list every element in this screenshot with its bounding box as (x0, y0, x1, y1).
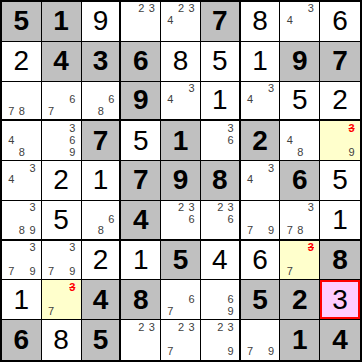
cell-r2c5[interactable]: 8 (161, 42, 201, 82)
candidate-7: 7 (46, 266, 57, 278)
cell-r6c1[interactable]: 389 (2, 201, 42, 241)
candidate-3: 3 (147, 3, 158, 15)
pencil-marks: 68 (86, 83, 117, 118)
candidate-3: 3 (27, 202, 38, 214)
candidate-2: 2 (176, 202, 187, 214)
cell-r5c8[interactable]: 6 (280, 161, 320, 201)
candidate-3: 3 (67, 242, 78, 254)
cell-value: 5 (320, 161, 360, 200)
cell-value: 8 (241, 2, 280, 41)
cell-r4c3[interactable]: 7 (82, 121, 122, 161)
candidate-4: 4 (6, 134, 17, 146)
candidate-9: 9 (27, 225, 38, 237)
cell-r7c8[interactable]: 37 (280, 241, 320, 281)
selected-cell-value: 3 (320, 280, 360, 319)
candidate-6: 6 (186, 213, 197, 225)
cell-r9c1[interactable]: 6 (2, 320, 42, 360)
cell-r6c2[interactable]: 5 (42, 201, 82, 241)
pencil-marks: 237 (165, 321, 197, 358)
pencil-marks: 389 (6, 202, 38, 237)
candidate-3: 3 (27, 242, 38, 254)
cell-value: 1 (82, 161, 120, 200)
pencil-marks: 34 (284, 3, 316, 39)
cell-r8c2[interactable]: 37 (42, 280, 82, 320)
cell-r5c3[interactable]: 1 (82, 161, 122, 201)
candidate-7: 7 (284, 266, 295, 278)
candidate-9: 9 (266, 225, 277, 237)
cell-r4c7[interactable]: 2 (241, 121, 281, 161)
cell-r5c5[interactable]: 9 (161, 161, 201, 201)
candidate-6: 6 (67, 134, 78, 146)
candidate-7: 7 (46, 305, 57, 317)
cell-value: 2 (320, 82, 360, 120)
cell-value: 5 (201, 42, 239, 81)
cell-r4c4[interactable]: 5 (121, 121, 161, 161)
candidate-3-eliminated: 3 (346, 122, 357, 134)
cell-value: 6 (320, 2, 360, 41)
candidate-2: 2 (215, 321, 225, 333)
candidate-3: 3 (225, 321, 235, 333)
cell-r8c4[interactable]: 8 (121, 280, 161, 320)
cell-r8c1[interactable]: 1 (2, 280, 42, 320)
cell-r2c9[interactable]: 7 (320, 42, 360, 82)
cell-value: 6 (2, 320, 41, 360)
cell-r6c8[interactable]: 378 (280, 201, 320, 241)
candidate-4: 4 (284, 134, 295, 146)
candidate-3: 3 (225, 202, 235, 214)
cell-r7c4[interactable]: 1 (121, 241, 161, 281)
candidate-4: 4 (284, 15, 295, 27)
pencil-marks: 79 (245, 202, 277, 237)
cell-value: 1 (320, 201, 360, 239)
pencil-marks: 37 (284, 242, 316, 278)
cell-value: 9 (280, 42, 319, 81)
cell-r9c4[interactable]: 23 (121, 320, 161, 360)
candidate-3: 3 (67, 122, 78, 134)
candidate-3-eliminated: 3 (67, 281, 78, 293)
cell-r9c7[interactable]: 79 (241, 320, 281, 360)
cell-r6c5[interactable]: 236 (161, 201, 201, 241)
candidate-2: 2 (136, 321, 147, 333)
cell-r2c4[interactable]: 6 (121, 42, 161, 82)
cell-r9c9[interactable]: 4 (320, 320, 360, 360)
cell-value: 1 (280, 320, 319, 360)
cell-value: 1 (2, 280, 41, 319)
pencil-marks: 34 (245, 83, 277, 118)
candidate-4: 4 (165, 15, 176, 27)
cell-r5c7[interactable]: 34 (241, 161, 281, 201)
cell-r1c9[interactable]: 6 (320, 2, 360, 42)
cell-value: 5 (161, 241, 200, 280)
cell-value: 5 (2, 2, 41, 41)
candidate-3: 3 (266, 83, 277, 95)
cell-r7c3[interactable]: 2 (82, 241, 122, 281)
candidate-8: 8 (17, 106, 28, 118)
cell-value: 2 (280, 280, 319, 319)
cell-r3c9[interactable]: 2 (320, 82, 360, 122)
cell-r5c4[interactable]: 7 (121, 161, 161, 201)
pencil-marks: 369 (46, 122, 78, 158)
pencil-marks: 68 (86, 202, 117, 237)
pencil-marks: 34 (245, 162, 277, 198)
cell-r1c3[interactable]: 9 (82, 2, 122, 42)
pencil-marks: 36 (205, 122, 236, 158)
cell-value: 4 (82, 280, 120, 319)
candidate-7: 7 (245, 346, 256, 358)
cell-r8c9[interactable]: 3 (320, 280, 360, 320)
candidate-7: 7 (245, 225, 256, 237)
cell-value: 5 (241, 280, 280, 319)
pencil-marks: 67 (46, 83, 78, 118)
cell-r2c2[interactable]: 4 (42, 42, 82, 82)
cell-r7c7[interactable]: 6 (241, 241, 281, 281)
pencil-marks: 236 (205, 202, 236, 237)
cell-r1c1[interactable]: 5 (2, 2, 42, 42)
cell-value: 7 (201, 2, 239, 41)
cell-r3c4[interactable]: 9 (121, 82, 161, 122)
cell-r2c7[interactable]: 1 (241, 42, 281, 82)
cell-r5c2[interactable]: 2 (42, 161, 82, 201)
cell-r7c1[interactable]: 379 (2, 241, 42, 281)
cell-r2c8[interactable]: 9 (280, 42, 320, 82)
cell-value: 9 (82, 2, 120, 41)
candidate-9: 9 (225, 346, 235, 358)
candidate-7: 7 (46, 106, 57, 118)
pencil-marks: 37 (46, 281, 78, 317)
pencil-marks: 34 (6, 162, 38, 198)
candidate-6: 6 (225, 293, 235, 305)
cell-r3c6[interactable]: 1 (201, 82, 241, 122)
candidate-3: 3 (186, 83, 197, 95)
cell-value: 8 (320, 241, 360, 280)
cell-r6c7[interactable]: 79 (241, 201, 281, 241)
candidate-7: 7 (6, 106, 17, 118)
candidate-3: 3 (266, 162, 277, 174)
pencil-marks: 67 (165, 281, 197, 317)
cell-value: 7 (121, 161, 160, 200)
cell-value: 1 (121, 241, 160, 280)
cell-r6c4[interactable]: 4 (121, 201, 161, 241)
candidate-7: 7 (165, 305, 176, 317)
candidate-9: 9 (266, 346, 277, 358)
cell-value: 8 (121, 280, 160, 319)
cell-r9c5[interactable]: 237 (161, 320, 201, 360)
cell-value: 2 (2, 42, 41, 81)
cell-r4c9[interactable]: 39 (320, 121, 360, 161)
pencil-marks: 378 (284, 202, 316, 237)
cell-value: 8 (42, 320, 81, 360)
candidate-8: 8 (295, 146, 306, 158)
candidate-8: 8 (96, 225, 106, 237)
cell-r3c1[interactable]: 78 (2, 82, 42, 122)
pencil-marks: 23 (125, 321, 157, 358)
pencil-marks: 48 (284, 122, 316, 158)
pencil-marks: 78 (6, 83, 38, 118)
candidate-9: 9 (225, 305, 235, 317)
candidate-3: 3 (186, 202, 197, 214)
candidate-9: 9 (67, 146, 78, 158)
candidate-9: 9 (67, 266, 78, 278)
pencil-marks: 23 (125, 3, 157, 39)
cell-value: 2 (241, 121, 280, 160)
cell-value: 3 (82, 42, 120, 81)
candidate-4: 4 (6, 174, 17, 186)
cell-value: 1 (201, 82, 239, 120)
cell-r1c6[interactable]: 7 (201, 2, 241, 42)
cell-r3c8[interactable]: 5 (280, 82, 320, 122)
cell-r1c2[interactable]: 1 (42, 2, 82, 42)
candidate-7: 7 (165, 346, 176, 358)
cell-value: 2 (42, 161, 81, 200)
candidate-4: 4 (165, 94, 176, 106)
cell-value: 7 (320, 42, 360, 81)
cell-r5c1[interactable]: 34 (2, 161, 42, 201)
cell-value: 5 (42, 201, 81, 239)
candidate-9: 9 (27, 266, 38, 278)
cell-r9c3[interactable]: 5 (82, 320, 122, 360)
pencil-marks: 39 (324, 122, 357, 158)
cell-r8c5[interactable]: 67 (161, 280, 201, 320)
pencil-marks: 69 (205, 281, 236, 317)
candidate-3: 3 (27, 162, 38, 174)
candidate-6: 6 (106, 94, 116, 106)
candidate-3: 3 (186, 3, 197, 15)
candidate-2: 2 (215, 202, 225, 214)
cell-r7c6[interactable]: 4 (201, 241, 241, 281)
cell-r2c6[interactable]: 5 (201, 42, 241, 82)
pencil-marks: 234 (165, 3, 197, 39)
candidate-3: 3 (306, 202, 317, 214)
cell-value: 9 (121, 82, 160, 120)
cell-r9c6[interactable]: 239 (201, 320, 241, 360)
cell-value: 4 (201, 241, 239, 280)
cell-r7c9[interactable]: 8 (320, 241, 360, 281)
candidate-6: 6 (225, 134, 235, 146)
candidate-8: 8 (17, 225, 28, 237)
cell-r7c5[interactable]: 5 (161, 241, 201, 281)
cell-r9c2[interactable]: 8 (42, 320, 82, 360)
cell-r3c3[interactable]: 68 (82, 82, 122, 122)
cell-r4c2[interactable]: 369 (42, 121, 82, 161)
cell-value: 8 (161, 42, 200, 81)
candidate-4: 4 (245, 174, 256, 186)
cell-r1c5[interactable]: 234 (161, 2, 201, 42)
cell-r2c1[interactable]: 2 (2, 42, 42, 82)
cell-value: 2 (82, 241, 120, 280)
candidate-2: 2 (136, 3, 147, 15)
cell-r5c6[interactable]: 8 (201, 161, 241, 201)
candidate-3: 3 (225, 122, 235, 134)
candidate-3: 3 (147, 321, 158, 333)
pencil-marks: 236 (165, 202, 197, 237)
candidate-8: 8 (17, 146, 28, 158)
candidate-8: 8 (295, 225, 306, 237)
candidate-6: 6 (106, 213, 116, 225)
candidate-2: 2 (176, 3, 187, 15)
cell-value: 7 (82, 121, 120, 160)
cell-value: 6 (121, 42, 160, 81)
candidate-3: 3 (186, 321, 197, 333)
cell-value: 4 (320, 320, 360, 360)
candidate-9: 9 (346, 146, 357, 158)
candidate-3: 3 (306, 3, 317, 15)
cell-r6c6[interactable]: 236 (201, 201, 241, 241)
cell-r1c7[interactable]: 8 (241, 2, 281, 42)
candidate-6: 6 (67, 94, 78, 106)
cell-r6c3[interactable]: 68 (82, 201, 122, 241)
candidate-7: 7 (284, 225, 295, 237)
cell-r1c8[interactable]: 34 (280, 2, 320, 42)
candidate-8: 8 (96, 106, 106, 118)
cell-r3c5[interactable]: 34 (161, 82, 201, 122)
cell-r1c4[interactable]: 23 (121, 2, 161, 42)
cell-r4c6[interactable]: 36 (201, 121, 241, 161)
cell-r9c8[interactable]: 1 (280, 320, 320, 360)
candidate-4: 4 (245, 94, 256, 106)
cell-value: 5 (280, 82, 319, 120)
cell-r2c3[interactable]: 3 (82, 42, 122, 82)
cell-value: 4 (121, 201, 160, 239)
cell-value: 4 (42, 42, 81, 81)
cell-value: 5 (82, 320, 120, 360)
pencil-marks: 379 (6, 242, 38, 278)
cell-r6c9[interactable]: 1 (320, 201, 360, 241)
cell-value: 1 (42, 2, 81, 41)
cell-value: 1 (241, 42, 280, 81)
pencil-marks: 48 (6, 122, 38, 158)
cell-value: 6 (280, 161, 319, 200)
candidate-2: 2 (176, 321, 187, 333)
cell-r4c5[interactable]: 1 (161, 121, 201, 161)
sudoku-board: 5192323478346243685197786768934134524836… (0, 0, 362, 362)
candidate-7: 7 (6, 266, 17, 278)
candidate-6: 6 (225, 213, 235, 225)
cell-r8c6[interactable]: 69 (201, 280, 241, 320)
pencil-marks: 79 (245, 321, 277, 358)
cell-r4c8[interactable]: 48 (280, 121, 320, 161)
pencil-marks: 379 (46, 242, 78, 278)
pencil-marks: 34 (165, 83, 197, 118)
cell-value: 5 (121, 121, 160, 160)
candidate-6: 6 (186, 293, 197, 305)
cell-r3c2[interactable]: 67 (42, 82, 82, 122)
cell-value: 9 (161, 161, 200, 200)
cell-value: 1 (161, 121, 200, 160)
cell-r3c7[interactable]: 34 (241, 82, 281, 122)
cell-r5c9[interactable]: 5 (320, 161, 360, 201)
cell-r7c2[interactable]: 379 (42, 241, 82, 281)
cell-r8c3[interactable]: 4 (82, 280, 122, 320)
cell-value: 6 (241, 241, 280, 280)
pencil-marks: 239 (205, 321, 236, 358)
cell-value: 8 (201, 161, 239, 200)
cell-r8c7[interactable]: 5 (241, 280, 281, 320)
candidate-3-eliminated: 3 (306, 242, 317, 254)
cell-r8c8[interactable]: 2 (280, 280, 320, 320)
cell-r4c1[interactable]: 48 (2, 121, 42, 161)
